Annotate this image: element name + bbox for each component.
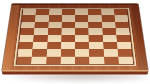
chess-board[interactable] [2,3,148,71]
square-a4[interactable] [19,35,34,42]
square-c3[interactable] [47,41,61,48]
square-e5[interactable] [75,28,89,35]
square-b7[interactable] [35,15,49,21]
square-h5[interactable] [116,28,130,35]
square-a1[interactable] [17,56,32,64]
chessboard-photo [0,0,150,84]
square-a7[interactable] [22,15,36,21]
square-h6[interactable] [115,21,129,28]
square-d2[interactable] [61,49,75,56]
square-h3[interactable] [117,41,132,48]
square-c6[interactable] [48,21,62,28]
board-field [17,9,134,64]
square-e4[interactable] [75,35,89,42]
square-h8[interactable] [114,9,128,15]
square-d5[interactable] [61,28,75,35]
square-a6[interactable] [21,21,35,28]
square-g8[interactable] [101,9,114,15]
square-d7[interactable] [62,15,75,21]
square-e6[interactable] [75,21,89,28]
square-e1[interactable] [75,56,90,64]
square-h7[interactable] [114,15,128,21]
square-d3[interactable] [61,41,75,48]
square-c4[interactable] [47,35,61,42]
square-g6[interactable] [102,21,116,28]
square-b1[interactable] [31,56,46,64]
square-b5[interactable] [34,28,48,35]
square-a3[interactable] [18,41,33,48]
square-b3[interactable] [33,41,48,48]
square-d1[interactable] [60,56,75,64]
square-g7[interactable] [101,15,115,21]
square-g1[interactable] [104,56,119,64]
square-e3[interactable] [75,41,89,48]
square-g4[interactable] [102,35,116,42]
square-f5[interactable] [89,28,103,35]
square-g5[interactable] [102,28,116,35]
square-b2[interactable] [32,49,47,56]
square-f6[interactable] [88,21,102,28]
square-g3[interactable] [103,41,118,48]
square-a8[interactable] [23,9,37,15]
square-b4[interactable] [33,35,47,42]
square-a5[interactable] [20,28,34,35]
square-b6[interactable] [34,21,48,28]
square-g2[interactable] [103,49,118,56]
square-c5[interactable] [48,28,62,35]
square-h1[interactable] [118,56,133,64]
square-e8[interactable] [75,9,88,15]
square-f1[interactable] [89,56,104,64]
square-c1[interactable] [46,56,61,64]
square-d8[interactable] [62,9,75,15]
square-a2[interactable] [18,49,33,56]
square-c8[interactable] [49,9,62,15]
square-c2[interactable] [46,49,61,56]
square-d6[interactable] [61,21,75,28]
square-d4[interactable] [61,35,75,42]
square-e7[interactable] [75,15,88,21]
square-h4[interactable] [116,35,131,42]
square-f3[interactable] [89,41,103,48]
square-e2[interactable] [75,49,89,56]
square-b8[interactable] [36,9,49,15]
square-c7[interactable] [48,15,62,21]
square-f8[interactable] [88,9,101,15]
square-f4[interactable] [89,35,103,42]
square-f2[interactable] [89,49,104,56]
square-h2[interactable] [117,49,132,56]
square-f7[interactable] [88,15,102,21]
